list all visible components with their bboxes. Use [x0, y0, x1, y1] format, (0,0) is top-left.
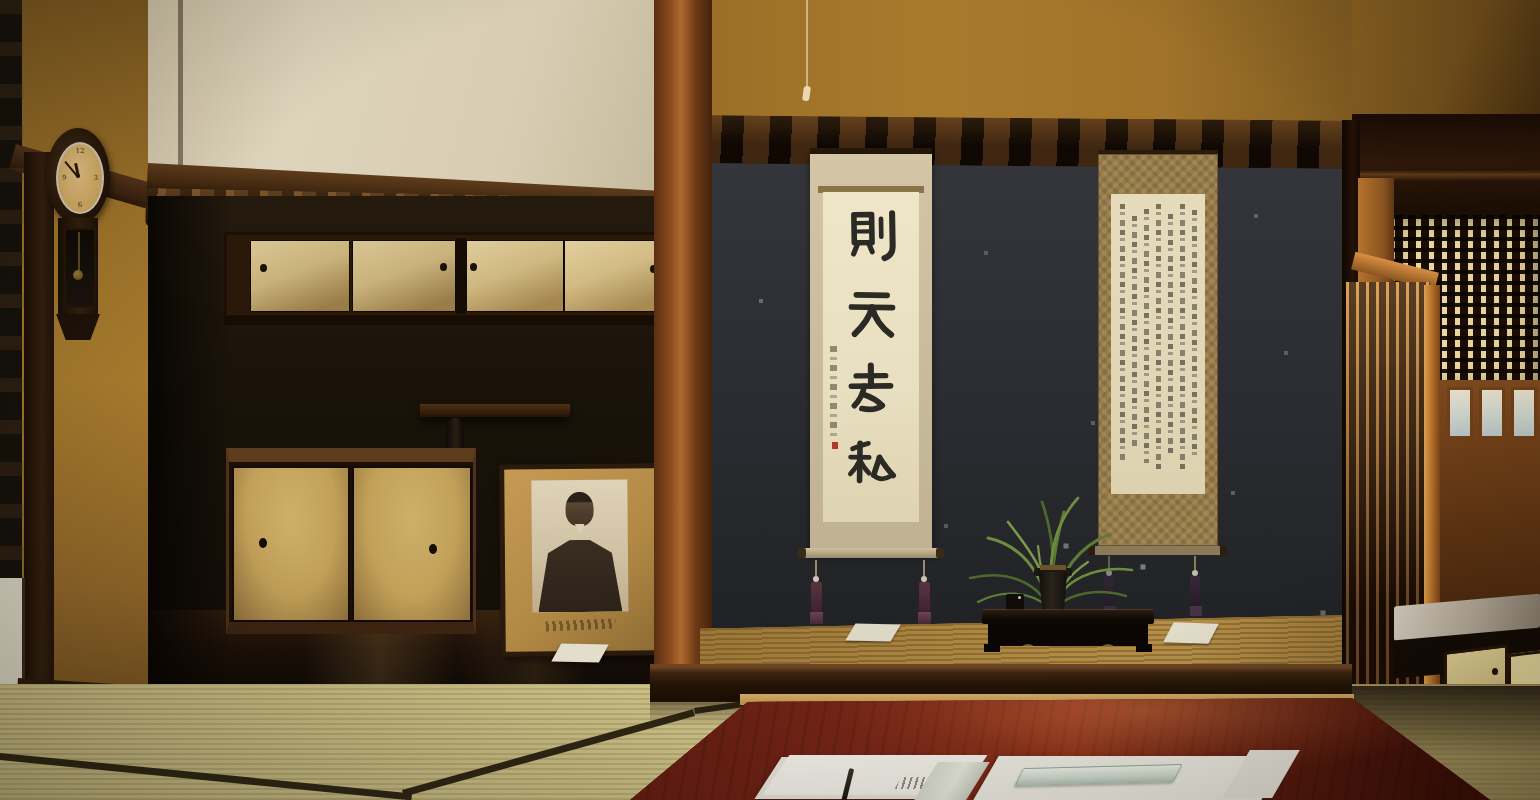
clock-numeral-3: 3	[94, 174, 98, 182]
calligraphy-column	[1168, 214, 1173, 454]
calligraphy-column	[1156, 204, 1161, 472]
door-pull-icon	[429, 544, 437, 554]
red-seal-icon	[832, 442, 838, 449]
paper-sheet-right	[986, 750, 1286, 800]
kanji-shi	[843, 434, 900, 493]
clock-pendulum-window	[64, 228, 96, 308]
hanging-scroll-main	[810, 146, 932, 636]
door-pull-icon	[260, 264, 267, 272]
fuchin-tassel	[810, 560, 824, 624]
calligraphy-column	[1192, 210, 1197, 460]
upper-cabinet-door-4	[564, 240, 660, 312]
stand-foot	[984, 644, 1000, 652]
calligraphy-column	[1180, 204, 1185, 470]
upper-cabinet-shelf-lip	[224, 316, 662, 325]
staggered-shelf	[420, 404, 570, 417]
japanese-room-photo: 12 3 6 9	[0, 0, 1540, 800]
calligraphy-column	[1120, 204, 1125, 462]
clock-case-bottom-cap	[56, 314, 100, 340]
door-pull-icon	[470, 263, 477, 271]
door-window-panes	[1444, 384, 1540, 442]
door-pull-icon	[1492, 668, 1498, 675]
upper-cabinet-door-3	[466, 240, 564, 312]
window-pane	[1447, 387, 1473, 439]
carved-stand-apron	[988, 624, 1148, 646]
upper-cabinet-door-2	[352, 240, 456, 312]
calligraphy-column	[1132, 216, 1137, 446]
calligraphy-column	[1144, 209, 1149, 463]
right-upper-wall	[1352, 0, 1540, 120]
kanji-kyo	[843, 358, 900, 416]
roller-knob	[798, 548, 806, 558]
door-pull-icon	[440, 263, 447, 271]
caption-card	[551, 644, 608, 663]
scroll-paper	[1111, 194, 1205, 494]
pendulum-wall-clock: 12 3 6 9	[40, 124, 120, 350]
plant-pot-soil	[1040, 565, 1066, 570]
fuchin-tassel	[918, 560, 932, 624]
clock-numeral-12: 12	[76, 147, 85, 155]
lower-cabinet-door-2	[352, 466, 472, 622]
portrait-collar	[575, 524, 585, 534]
lower-cabinet-door-1	[232, 466, 350, 622]
pendulum-bob	[73, 270, 83, 280]
portrait-head	[565, 492, 593, 526]
portrait-photo	[531, 480, 628, 613]
plaster-wall-frame-post	[178, 0, 183, 167]
framed-portrait-photo	[499, 463, 661, 656]
window-pane	[1479, 387, 1505, 439]
clock-center-cap	[76, 174, 80, 178]
upper-cabinet-door-1	[250, 240, 350, 312]
clock-face: 12 3 6 9	[56, 142, 104, 214]
pendulum-rod	[78, 232, 80, 272]
signature-marks	[830, 346, 837, 441]
fuchin-tassel	[1190, 556, 1202, 616]
stand-foot	[1136, 644, 1152, 652]
light-pull-cord	[806, 0, 808, 90]
clock-numeral-6: 6	[78, 201, 82, 209]
otoshigake-beam	[696, 115, 1364, 169]
scroll-roller-rod	[804, 548, 938, 558]
kanji-soku	[842, 206, 899, 265]
carved-stand-top	[982, 610, 1154, 624]
door-pull-icon	[259, 538, 267, 548]
clock-numeral-9: 9	[62, 174, 66, 182]
upper-cabinet-center-stile	[456, 238, 466, 314]
portrait-body	[538, 540, 623, 613]
object-glint	[1018, 596, 1021, 599]
kanji-ten	[842, 282, 899, 341]
roller-knob	[1220, 546, 1227, 555]
window-pane	[1511, 387, 1537, 439]
tokobashira-pillar	[654, 0, 712, 700]
alcove-shadow	[148, 196, 232, 692]
roller-knob	[936, 548, 944, 558]
